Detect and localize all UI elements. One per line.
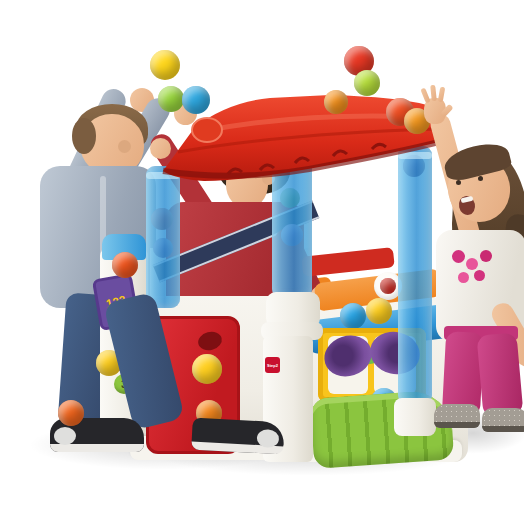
shoe-sole — [482, 426, 524, 432]
photo-scene: 123 4 2 3 Step2 — [0, 0, 524, 524]
girl-pompom — [474, 270, 485, 281]
girl-shoe — [434, 404, 480, 428]
girl-eye-icon — [478, 176, 483, 181]
girl-pants-leg — [477, 332, 524, 417]
girl-eye-icon — [456, 180, 461, 185]
girl-pompom — [466, 258, 478, 270]
girl-pompom — [458, 272, 469, 283]
child-girl-right — [0, 0, 524, 524]
shoe-sole — [434, 422, 480, 428]
girl-pompom — [452, 250, 465, 263]
girl-finger — [420, 88, 430, 104]
girl-finger — [430, 85, 437, 101]
girl-pompom — [480, 250, 492, 262]
girl-finger — [438, 87, 446, 103]
girl-shoe — [482, 408, 524, 432]
